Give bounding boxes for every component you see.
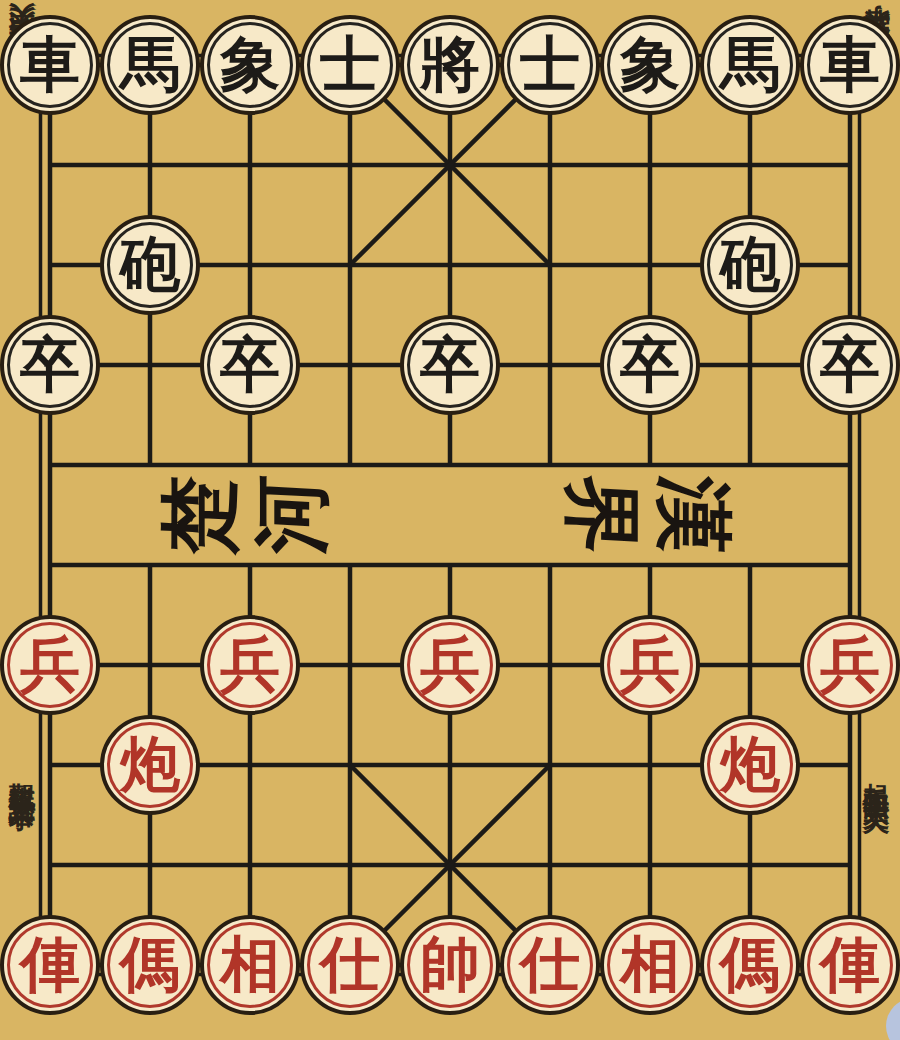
piece-red-advisor[interactable]: 仕	[500, 915, 600, 1015]
piece-glyph: 相	[620, 925, 680, 1006]
piece-red-general[interactable]: 帥	[400, 915, 500, 1015]
piece-red-soldier[interactable]: 兵	[0, 615, 100, 715]
piece-glyph: 傌	[720, 925, 780, 1006]
piece-glyph: 炮	[120, 725, 180, 806]
piece-red-soldier[interactable]: 兵	[400, 615, 500, 715]
piece-glyph: 兵	[820, 625, 880, 706]
piece-red-elephant[interactable]: 相	[600, 915, 700, 1015]
piece-glyph: 馬	[120, 25, 180, 106]
piece-glyph: 士	[320, 25, 380, 106]
piece-red-chariot[interactable]: 俥	[0, 915, 100, 1015]
inscription-bottom-right: 起手無回大丈夫	[859, 761, 893, 789]
piece-glyph: 卒	[620, 325, 680, 406]
river-label-chu-he: 楚河	[153, 468, 337, 562]
piece-glyph: 傌	[120, 925, 180, 1006]
piece-red-soldier[interactable]: 兵	[600, 615, 700, 715]
piece-red-advisor[interactable]: 仕	[300, 915, 400, 1015]
piece-black-chariot[interactable]: 車	[800, 15, 900, 115]
piece-glyph: 兵	[420, 625, 480, 706]
piece-black-elephant[interactable]: 象	[200, 15, 300, 115]
piece-glyph: 兵	[620, 625, 680, 706]
piece-black-elephant[interactable]: 象	[600, 15, 700, 115]
piece-glyph: 俥	[820, 925, 880, 1006]
piece-glyph: 士	[520, 25, 580, 106]
piece-black-soldier[interactable]: 卒	[0, 315, 100, 415]
piece-red-chariot[interactable]: 俥	[800, 915, 900, 1015]
piece-black-soldier[interactable]: 卒	[600, 315, 700, 415]
piece-black-general[interactable]: 將	[400, 15, 500, 115]
piece-glyph: 兵	[20, 625, 80, 706]
piece-glyph: 兵	[220, 625, 280, 706]
piece-glyph: 卒	[20, 325, 80, 406]
piece-glyph: 帥	[420, 925, 480, 1006]
piece-glyph: 將	[420, 25, 480, 106]
piece-black-horse[interactable]: 馬	[100, 15, 200, 115]
piece-red-soldier[interactable]: 兵	[200, 615, 300, 715]
piece-black-soldier[interactable]: 卒	[400, 315, 500, 415]
inscription-bottom-left: 觀棋不語真君子	[5, 761, 39, 789]
board-grid	[0, 0, 900, 1040]
piece-glyph: 仕	[320, 925, 380, 1006]
river-label-han-jie: 漢界	[556, 468, 740, 562]
piece-red-horse[interactable]: 傌	[100, 915, 200, 1015]
piece-glyph: 砲	[720, 225, 780, 306]
piece-glyph: 車	[20, 25, 80, 106]
river-label-char: 河	[245, 467, 337, 564]
piece-black-advisor[interactable]: 士	[500, 15, 600, 115]
river-label-char: 界	[556, 467, 648, 564]
piece-glyph: 象	[220, 25, 280, 106]
piece-black-cannon[interactable]: 砲	[100, 215, 200, 315]
piece-glyph: 炮	[720, 725, 780, 806]
piece-glyph: 相	[220, 925, 280, 1006]
piece-glyph: 卒	[420, 325, 480, 406]
piece-glyph: 仕	[520, 925, 580, 1006]
piece-red-horse[interactable]: 傌	[700, 915, 800, 1015]
river-label-char: 漢	[648, 467, 740, 564]
piece-red-soldier[interactable]: 兵	[800, 615, 900, 715]
piece-black-advisor[interactable]: 士	[300, 15, 400, 115]
piece-red-cannon[interactable]: 炮	[100, 715, 200, 815]
piece-glyph: 砲	[120, 225, 180, 306]
piece-glyph: 車	[820, 25, 880, 106]
piece-black-cannon[interactable]: 砲	[700, 215, 800, 315]
piece-glyph: 卒	[820, 325, 880, 406]
piece-glyph: 卒	[220, 325, 280, 406]
piece-black-horse[interactable]: 馬	[700, 15, 800, 115]
piece-glyph: 馬	[720, 25, 780, 106]
piece-glyph: 俥	[20, 925, 80, 1006]
piece-glyph: 象	[620, 25, 680, 106]
piece-black-soldier[interactable]: 卒	[800, 315, 900, 415]
piece-red-elephant[interactable]: 相	[200, 915, 300, 1015]
river-label-char: 楚	[153, 467, 245, 564]
piece-black-chariot[interactable]: 車	[0, 15, 100, 115]
piece-black-soldier[interactable]: 卒	[200, 315, 300, 415]
xiangqi-board[interactable]: 楚河 漢界 起手無回大丈夫 觀棋不語真君子 觀棋不語真君子 起手無回大丈夫 車馬…	[0, 0, 900, 1040]
piece-red-cannon[interactable]: 炮	[700, 715, 800, 815]
